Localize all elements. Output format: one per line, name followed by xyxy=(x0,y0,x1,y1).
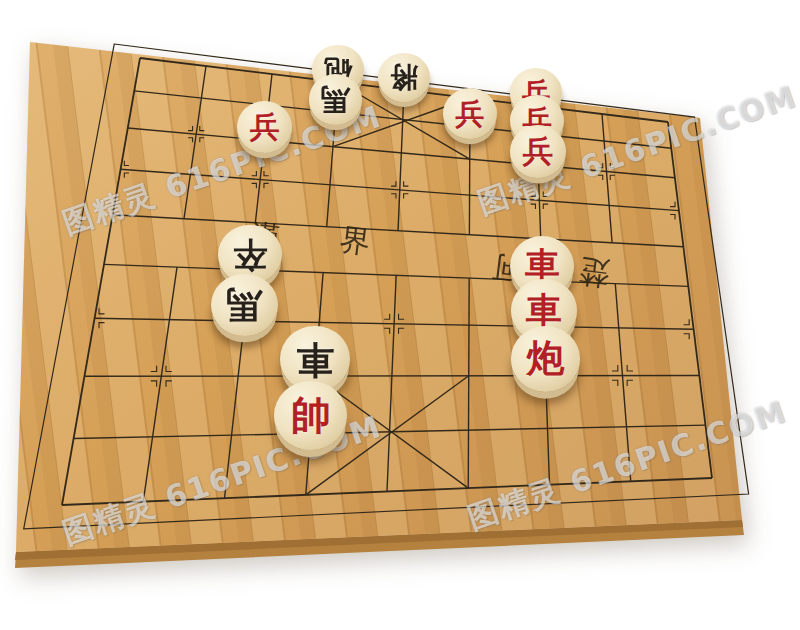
river-char-he: 河 xyxy=(490,250,525,288)
product-photo-scene: 漢 界 河 楚 砲將兵馬兵兵兵兵卒車馬車炮車帥 图精灵 616PIC.COM图精… xyxy=(0,0,800,630)
river-char-han: 漢 xyxy=(248,217,282,255)
xiangqi-board: 漢 界 河 楚 xyxy=(0,0,800,630)
river-char-chu: 楚 xyxy=(577,254,612,293)
river-char-jie: 界 xyxy=(338,221,373,259)
board-wood xyxy=(15,42,744,568)
